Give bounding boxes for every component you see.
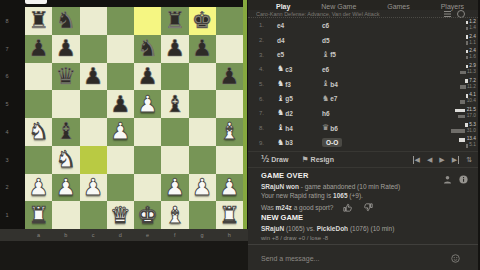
hamburger-menu-icon[interactable] bbox=[444, 11, 451, 12]
board-side-strip bbox=[243, 0, 247, 231]
rank-label-7: 7 bbox=[0, 35, 14, 63]
square-g6[interactable] bbox=[189, 63, 216, 91]
move-black[interactable]: c6 bbox=[322, 22, 372, 29]
black-knight-icon: ♞ bbox=[322, 95, 329, 103]
piece-white-k-e1[interactable]: ♚ bbox=[134, 201, 161, 229]
chess-board[interactable]: ♜♞♜♚♟♟♞♟♟♛♟♟♟♟♟♝♞♝♟♝♞♟♟♟♟♟♟♜♛♚♝♜ bbox=[25, 7, 243, 229]
time-value: 17.0 bbox=[467, 114, 476, 119]
opponent-name: m24z bbox=[276, 204, 292, 211]
move-white[interactable]: ♝h4 bbox=[277, 124, 322, 132]
file-label-c: c bbox=[80, 229, 107, 241]
piece-black-p-c6[interactable]: ♟ bbox=[80, 63, 107, 91]
white-bishop-icon: ♝ bbox=[277, 95, 284, 103]
time-bar bbox=[466, 50, 468, 54]
time-bar bbox=[459, 138, 465, 142]
square-c3[interactable] bbox=[80, 146, 107, 174]
move-white[interactable]: ♞b3 bbox=[277, 139, 322, 147]
jump-end-icon[interactable]: ▶ bbox=[452, 156, 459, 164]
move-time-black: 10.4 bbox=[460, 99, 476, 104]
time-value: 5.1 bbox=[469, 143, 476, 148]
time-bar bbox=[455, 109, 465, 113]
square-h1[interactable]: ♜ bbox=[216, 201, 243, 229]
square-a2[interactable]: ♟ bbox=[25, 174, 52, 202]
square-f8[interactable]: ♜ bbox=[161, 7, 188, 35]
black-bishop-icon: ♝ bbox=[322, 80, 329, 88]
time-bar bbox=[451, 129, 465, 133]
move-number: 7. bbox=[259, 110, 277, 116]
rating-prefix: Your new Rapid rating is bbox=[261, 192, 333, 199]
move-black[interactable]: ♛b6 bbox=[322, 124, 372, 132]
move-row-9: 9.♞b3O-O13.45.1 bbox=[248, 136, 480, 151]
piece-black-n-e7[interactable]: ♞ bbox=[134, 35, 161, 63]
rank-label-4: 4 bbox=[0, 118, 14, 146]
new-game-stakes: win +8 / draw +0 / lose -8 bbox=[261, 235, 394, 241]
move-times: 2.41.1 bbox=[466, 35, 476, 46]
time-bar bbox=[466, 41, 468, 45]
move-time-black: 5.1 bbox=[466, 143, 476, 148]
move-number: 6. bbox=[259, 96, 277, 102]
square-c4[interactable] bbox=[80, 118, 107, 146]
time-bar bbox=[466, 21, 468, 25]
time-bar bbox=[460, 71, 465, 75]
square-b2[interactable]: ♟ bbox=[52, 174, 79, 202]
square-b4[interactable]: ♝ bbox=[52, 118, 79, 146]
square-e1[interactable]: ♚ bbox=[134, 201, 161, 229]
resign-label: Resign bbox=[311, 156, 334, 163]
rating-delta: (+9). bbox=[348, 192, 363, 199]
add-friend-icon[interactable] bbox=[443, 175, 452, 184]
square-g3[interactable] bbox=[189, 146, 216, 174]
piece-white-p-c2[interactable]: ♟ bbox=[80, 174, 107, 202]
time-bar bbox=[466, 56, 468, 60]
move-san: f5 bbox=[330, 51, 336, 58]
rank-label-2: 2 bbox=[0, 174, 14, 202]
move-row-6: 6.♝g5♞e74.110.4 bbox=[248, 91, 480, 106]
time-value: 1.6 bbox=[469, 55, 476, 60]
square-d4[interactable]: ♟ bbox=[107, 118, 134, 146]
piece-white-p-b2[interactable]: ♟ bbox=[52, 174, 79, 202]
square-g7[interactable]: ♟ bbox=[189, 35, 216, 63]
move-time-black: 17.0 bbox=[458, 114, 476, 119]
rating-value: 1065 bbox=[333, 192, 347, 199]
move-time-black: 1.6 bbox=[466, 55, 476, 60]
result-detail: - game abandoned (10 min Rated) bbox=[299, 183, 400, 190]
square-g8[interactable]: ♚ bbox=[189, 7, 216, 35]
square-c6[interactable]: ♟ bbox=[80, 63, 107, 91]
feedback-question: Was m24z a good sport? bbox=[261, 204, 333, 211]
move-black[interactable]: ♞e7 bbox=[322, 95, 372, 103]
white-knight-icon: ♞ bbox=[277, 109, 284, 117]
square-d5[interactable]: ♟ bbox=[107, 90, 134, 118]
square-c8[interactable] bbox=[80, 7, 107, 35]
new-game-players: SRajuN (1065) vs. PickleDoh (1076) (10 m… bbox=[261, 225, 394, 232]
square-b1[interactable] bbox=[52, 201, 79, 229]
file-label-g: g bbox=[189, 229, 216, 241]
piece-white-b-h4[interactable]: ♝ bbox=[216, 118, 243, 146]
rank-label-8: 8 bbox=[0, 7, 14, 35]
time-bar bbox=[460, 85, 465, 89]
square-d8[interactable] bbox=[107, 7, 134, 35]
time-value: 1.2 bbox=[469, 20, 476, 25]
move-times: 2.41.6 bbox=[466, 49, 476, 60]
time-bar bbox=[465, 123, 467, 127]
info-icon[interactable] bbox=[459, 175, 468, 184]
move-number: 2. bbox=[259, 37, 277, 43]
move-time-black: 1.4 bbox=[466, 26, 476, 31]
time-value: 7.2 bbox=[469, 79, 476, 84]
time-bar bbox=[466, 27, 468, 31]
move-black[interactable]: ♝f5 bbox=[322, 51, 372, 59]
move-san: e6 bbox=[322, 66, 329, 73]
square-f4[interactable] bbox=[161, 118, 188, 146]
move-row-2: 2.d4d52.41.1 bbox=[248, 33, 480, 48]
black-queen-icon: ♛ bbox=[322, 124, 329, 132]
move-time-white: 7.2 bbox=[465, 79, 476, 84]
file-label-h: h bbox=[216, 229, 243, 241]
move-san: h6 bbox=[322, 110, 330, 117]
square-a7[interactable]: ♟ bbox=[25, 35, 52, 63]
step-forward-icon[interactable]: ▶ bbox=[439, 156, 444, 164]
move-number: 4. bbox=[259, 66, 277, 72]
piece-black-b-f5[interactable]: ♝ bbox=[161, 90, 188, 118]
piece-white-p-h2[interactable]: ♟ bbox=[216, 174, 243, 202]
file-labels: abcdefgh bbox=[25, 229, 243, 241]
square-c5[interactable] bbox=[80, 90, 107, 118]
square-a3[interactable] bbox=[25, 146, 52, 174]
square-b6[interactable]: ♛ bbox=[52, 63, 79, 91]
square-a4[interactable]: ♞ bbox=[25, 118, 52, 146]
tab-play[interactable]: Play bbox=[276, 3, 290, 10]
move-time-white: 5.3 bbox=[465, 123, 476, 128]
move-row-4: 4.♞c3e62.911.3 bbox=[248, 62, 480, 77]
time-value: 10.4 bbox=[467, 99, 476, 104]
file-label-f: f bbox=[161, 229, 188, 241]
side-panel: PlayNew GameGamesPlayers Caro-Kann Defen… bbox=[248, 0, 480, 270]
piece-black-b-b4[interactable]: ♝ bbox=[52, 118, 79, 146]
move-times: 5.331.0 bbox=[451, 123, 476, 134]
file-label-a: a bbox=[25, 229, 52, 241]
move-san: c6 bbox=[322, 22, 329, 29]
file-label-d: d bbox=[107, 229, 134, 241]
move-san: O-O bbox=[322, 138, 342, 147]
square-e2[interactable] bbox=[134, 174, 161, 202]
move-black[interactable]: h6 bbox=[322, 110, 372, 117]
move-time-black: 31.0 bbox=[451, 129, 476, 134]
move-white[interactable]: ♝g5 bbox=[277, 95, 322, 103]
piece-black-p-e6[interactable]: ♟ bbox=[134, 63, 161, 91]
thumbs-icons bbox=[342, 202, 374, 213]
move-black[interactable]: O-O bbox=[322, 138, 372, 147]
square-h8[interactable] bbox=[216, 7, 243, 35]
piece-white-p-f2[interactable]: ♟ bbox=[161, 174, 188, 202]
time-bar bbox=[465, 79, 468, 83]
tab-games[interactable]: Games bbox=[387, 3, 410, 10]
move-white[interactable]: d4 bbox=[277, 37, 322, 44]
move-number: 8. bbox=[259, 125, 277, 131]
opponent-bar-fragment bbox=[25, 0, 47, 4]
time-value: 1.1 bbox=[469, 41, 476, 46]
square-f5[interactable]: ♝ bbox=[161, 90, 188, 118]
square-c2[interactable]: ♟ bbox=[80, 174, 107, 202]
move-times: 7.211.2 bbox=[460, 79, 476, 90]
piece-white-p-g2[interactable]: ♟ bbox=[189, 174, 216, 202]
move-san: g5 bbox=[285, 95, 293, 102]
white-player-name[interactable]: SRajuN bbox=[261, 225, 284, 232]
time-value: 1.4 bbox=[469, 26, 476, 31]
app-window: 87654321 ♜♞♜♚♟♟♞♟♟♛♟♟♟♟♟♝♞♝♟♝♞♟♟♟♟♟♟♜♛♚♝… bbox=[0, 0, 480, 270]
time-value: 11.2 bbox=[467, 85, 476, 90]
piece-white-p-e5[interactable]: ♟ bbox=[134, 90, 161, 118]
time-bar bbox=[458, 115, 466, 119]
move-time-black: 11.3 bbox=[460, 70, 476, 75]
move-row-8: 8.♝h4♛b65.331.0 bbox=[248, 121, 480, 136]
square-h3[interactable] bbox=[216, 146, 243, 174]
piece-black-r-f8[interactable]: ♜ bbox=[161, 7, 188, 35]
square-b7[interactable]: ♟ bbox=[52, 35, 79, 63]
square-a5[interactable] bbox=[25, 90, 52, 118]
square-h6[interactable]: ♟ bbox=[216, 63, 243, 91]
move-black[interactable]: ♝b4 bbox=[322, 80, 372, 88]
square-f2[interactable]: ♟ bbox=[161, 174, 188, 202]
square-f1[interactable]: ♝ bbox=[161, 201, 188, 229]
square-d6[interactable] bbox=[107, 63, 134, 91]
square-g1[interactable] bbox=[189, 201, 216, 229]
black-player-name[interactable]: PickleDoh bbox=[317, 225, 348, 232]
piece-black-p-g7[interactable]: ♟ bbox=[189, 35, 216, 63]
white-knight-icon: ♞ bbox=[277, 65, 284, 73]
time-bar bbox=[460, 100, 465, 104]
move-san: b6 bbox=[330, 125, 338, 132]
move-white[interactable]: ♞d2 bbox=[277, 109, 322, 117]
move-san: d5 bbox=[322, 37, 330, 44]
piece-black-r-a8[interactable]: ♜ bbox=[25, 7, 52, 35]
white-knight-icon: ♞ bbox=[277, 139, 284, 147]
move-row-1: 1.e4c61.21.4 bbox=[248, 18, 480, 33]
piece-white-p-d4[interactable]: ♟ bbox=[107, 118, 134, 146]
square-a8[interactable]: ♜ bbox=[25, 7, 52, 35]
time-bar bbox=[466, 144, 468, 148]
smiley-icon[interactable] bbox=[451, 254, 460, 263]
file-label-e: e bbox=[134, 229, 161, 241]
move-white[interactable]: ♞f3 bbox=[277, 80, 322, 88]
file-label-b: b bbox=[52, 229, 79, 241]
piece-black-q-b6[interactable]: ♛ bbox=[52, 63, 79, 91]
move-row-7: 7.♞d2h621.517.0 bbox=[248, 106, 480, 121]
piece-black-p-d5[interactable]: ♟ bbox=[107, 90, 134, 118]
square-a1[interactable]: ♜ bbox=[25, 201, 52, 229]
move-san: e4 bbox=[277, 22, 284, 29]
square-e4[interactable] bbox=[134, 118, 161, 146]
piece-black-p-a7[interactable]: ♟ bbox=[25, 35, 52, 63]
square-b5[interactable] bbox=[52, 90, 79, 118]
draw-button[interactable]: ½ Draw bbox=[261, 155, 288, 164]
square-h2[interactable]: ♟ bbox=[216, 174, 243, 202]
time-value: 11.3 bbox=[467, 70, 476, 75]
new-game-title: NEW GAME bbox=[261, 213, 394, 222]
tab-players[interactable]: Players bbox=[441, 3, 464, 10]
opening-row: Caro-Kann Defense: Advance, Van der Wiel… bbox=[248, 10, 480, 17]
square-c1[interactable] bbox=[80, 201, 107, 229]
opening-name: Caro-Kann Defense: Advance, Van der Wiel… bbox=[256, 11, 442, 17]
piece-white-r-a1[interactable]: ♜ bbox=[25, 201, 52, 229]
move-san: e7 bbox=[330, 95, 337, 102]
move-times: 1.21.4 bbox=[466, 20, 476, 31]
move-number: 3. bbox=[259, 52, 277, 58]
player-bar: SRajuN (1065) 8:53 bbox=[0, 241, 248, 270]
square-f3[interactable] bbox=[161, 146, 188, 174]
move-white[interactable]: e5 bbox=[277, 51, 322, 58]
sportsmanship-row: Was m24z a good sport? bbox=[261, 202, 374, 213]
square-g5[interactable] bbox=[189, 90, 216, 118]
resign-flag-icon: ⚑ bbox=[301, 155, 308, 164]
square-g2[interactable]: ♟ bbox=[189, 174, 216, 202]
new-game-section: NEW GAME SRajuN (1065) vs. PickleDoh (10… bbox=[261, 213, 394, 241]
thumb-up-icon[interactable] bbox=[342, 202, 353, 213]
move-list: 1.e4c61.21.42.d4d52.41.13.e5♝f52.41.64.♞… bbox=[248, 17, 480, 150]
square-h7[interactable] bbox=[216, 35, 243, 63]
move-white[interactable]: ♞c3 bbox=[277, 65, 322, 73]
piece-black-n-b8[interactable]: ♞ bbox=[52, 7, 79, 35]
move-san: f3 bbox=[285, 81, 291, 88]
move-san: e5 bbox=[277, 51, 284, 58]
time-bar bbox=[466, 65, 468, 69]
time-value: 31.0 bbox=[467, 129, 476, 134]
square-e7[interactable]: ♞ bbox=[134, 35, 161, 63]
move-san: b3 bbox=[285, 139, 293, 146]
move-time-black: 11.2 bbox=[460, 85, 476, 90]
piece-white-n-a4[interactable]: ♞ bbox=[25, 118, 52, 146]
move-black[interactable]: d5 bbox=[322, 37, 372, 44]
half-symbol-icon: ½ bbox=[261, 155, 269, 164]
move-row-3: 3.e5♝f52.41.6 bbox=[248, 47, 480, 62]
move-time-black: 1.1 bbox=[466, 41, 476, 46]
piece-white-p-a2[interactable]: ♟ bbox=[25, 174, 52, 202]
piece-black-p-b7[interactable]: ♟ bbox=[52, 35, 79, 63]
piece-white-q-d1[interactable]: ♛ bbox=[107, 201, 134, 229]
square-e8[interactable] bbox=[134, 7, 161, 35]
thumb-down-icon[interactable] bbox=[363, 202, 374, 213]
square-d3[interactable] bbox=[107, 146, 134, 174]
move-san: d4 bbox=[277, 37, 285, 44]
jump-start-icon[interactable]: ◀ bbox=[413, 156, 420, 164]
resign-button[interactable]: ⚑ Resign bbox=[301, 155, 334, 164]
move-san: c3 bbox=[285, 66, 292, 73]
move-san: h4 bbox=[285, 125, 293, 132]
black-bishop-icon: ♝ bbox=[322, 51, 329, 59]
square-d1[interactable]: ♛ bbox=[107, 201, 134, 229]
rank-label-6: 6 bbox=[0, 63, 14, 91]
square-f7[interactable]: ♟ bbox=[161, 35, 188, 63]
time-bar bbox=[466, 94, 468, 98]
step-back-icon[interactable]: ◀ bbox=[427, 156, 432, 164]
move-number: 5. bbox=[259, 81, 277, 87]
move-number: 1. bbox=[259, 22, 277, 28]
rank-label-1: 1 bbox=[0, 201, 14, 229]
move-times: 21.517.0 bbox=[455, 108, 476, 119]
game-controls: ½ Draw ⚑ Resign ◀ ◀ ▶ ▶ ⇅ bbox=[248, 151, 480, 167]
square-a6[interactable] bbox=[25, 63, 52, 91]
square-g4[interactable] bbox=[189, 118, 216, 146]
rating-line: Your new Rapid rating is 1065 (+9). bbox=[261, 192, 480, 199]
square-f6[interactable] bbox=[161, 63, 188, 91]
move-times: 4.110.4 bbox=[460, 93, 476, 104]
square-e3[interactable] bbox=[134, 146, 161, 174]
square-h4[interactable]: ♝ bbox=[216, 118, 243, 146]
tab-new-game[interactable]: New Game bbox=[321, 3, 356, 10]
winner-text: SRajuN won bbox=[261, 183, 299, 190]
square-c7[interactable] bbox=[80, 35, 107, 63]
square-b3[interactable]: ♞ bbox=[52, 146, 79, 174]
draw-label: Draw bbox=[271, 156, 288, 163]
time-value: 5.3 bbox=[469, 123, 476, 128]
flip-list-icon[interactable]: ⇅ bbox=[466, 156, 472, 164]
square-e5[interactable]: ♟ bbox=[134, 90, 161, 118]
move-times: 13.45.1 bbox=[459, 137, 476, 148]
move-san: b4 bbox=[330, 81, 338, 88]
move-number: 9. bbox=[259, 140, 277, 146]
square-b8[interactable]: ♞ bbox=[52, 7, 79, 35]
white-knight-icon: ♞ bbox=[277, 80, 284, 88]
rank-label-3: 3 bbox=[0, 146, 14, 174]
piece-black-k-g8[interactable]: ♚ bbox=[189, 7, 216, 35]
move-row-5: 5.♞f3♝b47.211.2 bbox=[248, 77, 480, 92]
move-white[interactable]: e4 bbox=[277, 22, 322, 29]
piece-black-p-f7[interactable]: ♟ bbox=[161, 35, 188, 63]
piece-white-b-f1[interactable]: ♝ bbox=[161, 201, 188, 229]
piece-white-n-b3[interactable]: ♞ bbox=[52, 146, 79, 174]
square-d7[interactable] bbox=[107, 35, 134, 63]
move-time-white: 2.4 bbox=[466, 35, 476, 40]
move-nav: ◀ ◀ ▶ ▶ ⇅ bbox=[413, 156, 472, 164]
move-black[interactable]: e6 bbox=[322, 66, 372, 73]
board-area: 87654321 ♜♞♜♚♟♟♞♟♟♛♟♟♟♟♟♝♞♝♟♝♞♟♟♟♟♟♟♜♛♚♝… bbox=[0, 0, 248, 270]
piece-black-p-h6[interactable]: ♟ bbox=[216, 63, 243, 91]
game-over-icons bbox=[443, 175, 468, 184]
move-san: d2 bbox=[285, 110, 293, 117]
panel-tabs: PlayNew GameGamesPlayers bbox=[248, 0, 480, 10]
time-value: 2.4 bbox=[469, 35, 476, 40]
square-h5[interactable] bbox=[216, 90, 243, 118]
square-e6[interactable]: ♟ bbox=[134, 63, 161, 91]
chat-input[interactable]: Send a message... bbox=[261, 255, 451, 262]
move-times: 2.911.3 bbox=[460, 64, 476, 75]
white-bishop-icon: ♝ bbox=[277, 124, 284, 132]
chat-bar: Send a message... bbox=[248, 244, 480, 270]
piece-white-r-h1[interactable]: ♜ bbox=[216, 201, 243, 229]
square-d2[interactable] bbox=[107, 174, 134, 202]
rank-label-5: 5 bbox=[0, 90, 14, 118]
time-bar bbox=[466, 35, 468, 39]
